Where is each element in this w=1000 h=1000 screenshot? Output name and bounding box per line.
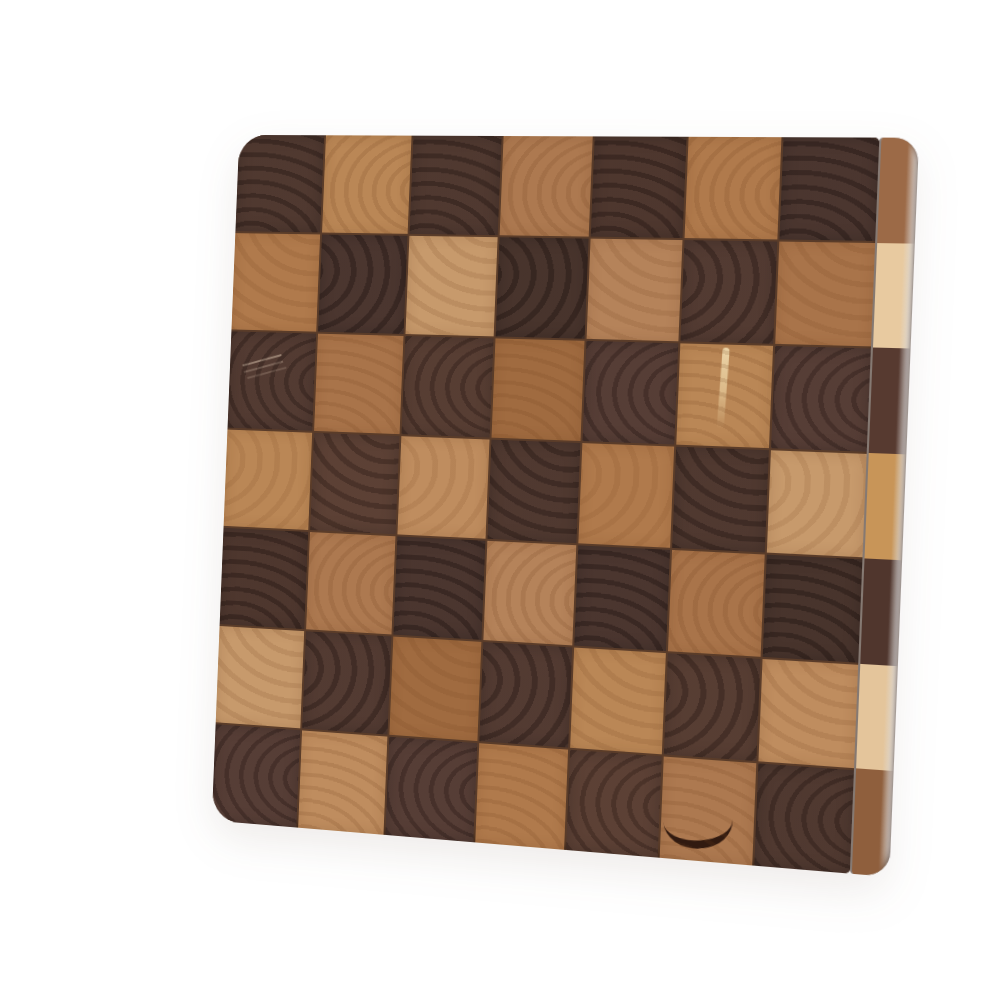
square-r1c2-light xyxy=(322,135,412,234)
square-r4c7-light xyxy=(767,450,866,557)
square-r3c3-dark xyxy=(402,336,494,438)
square-r3c4-light xyxy=(491,338,585,441)
square-r1c6-light xyxy=(684,137,782,240)
square-r2c3-light xyxy=(406,236,498,337)
square-r2c6-dark xyxy=(680,240,777,344)
square-r3c2-light xyxy=(314,334,404,434)
square-r6c2-dark xyxy=(302,631,392,734)
square-r4c1-light xyxy=(224,430,312,530)
square-r1c1-dark xyxy=(235,135,323,233)
square-r3c7-dark xyxy=(771,346,870,452)
scratch-mark xyxy=(242,354,282,367)
square-r2c2-dark xyxy=(318,234,408,334)
square-r4c6-dark xyxy=(672,447,769,553)
board-face xyxy=(212,135,880,874)
square-r6c3-light xyxy=(389,637,481,742)
product-photo xyxy=(0,0,1000,1000)
square-r3c1-dark xyxy=(228,331,316,430)
square-r7c2-light xyxy=(298,730,388,834)
right-side-strip-row4 xyxy=(865,453,907,560)
square-r7c1-dark xyxy=(212,724,300,827)
square-r5c2-light xyxy=(306,532,396,634)
square-r7c7-dark xyxy=(755,763,854,873)
square-r3c5-dark xyxy=(583,341,678,445)
square-r6c6-dark xyxy=(664,653,761,761)
square-r6c7-light xyxy=(759,659,858,768)
square-r2c4-dark xyxy=(495,237,589,339)
square-r7c5-dark xyxy=(566,750,661,858)
square-r7c6-light xyxy=(660,757,757,866)
square-r2c7-light xyxy=(776,242,875,347)
right-side-strip-row6 xyxy=(856,663,898,771)
square-r5c1-dark xyxy=(220,528,308,629)
square-r5c5-dark xyxy=(575,545,670,651)
square-r7c3-dark xyxy=(385,737,477,843)
square-r4c3-light xyxy=(398,436,490,539)
square-r6c1-light xyxy=(216,626,304,728)
square-r6c4-dark xyxy=(479,642,572,748)
square-r4c2-dark xyxy=(310,433,400,534)
right-side-strip-row7 xyxy=(852,769,894,877)
square-r5c7-dark xyxy=(763,555,862,663)
right-side-strip-row2 xyxy=(873,243,915,349)
square-r1c4-light xyxy=(499,136,593,237)
square-r3c6-light xyxy=(676,343,773,448)
square-r5c6-light xyxy=(668,550,765,657)
right-side-strip-row5 xyxy=(860,558,902,665)
square-r5c4-light xyxy=(483,541,576,646)
cutting-board-chessboard xyxy=(212,135,922,881)
right-side-strip-row1 xyxy=(877,138,919,244)
square-r7c4-light xyxy=(475,743,568,850)
burn-squiggle-mark xyxy=(661,792,734,850)
square-r2c1-light xyxy=(231,233,319,332)
square-r6c5-light xyxy=(570,648,665,755)
square-r5c3-dark xyxy=(394,536,486,640)
square-r4c4-dark xyxy=(487,440,581,544)
right-side-strip-row3 xyxy=(869,348,911,455)
square-r4c5-light xyxy=(579,443,674,548)
square-r1c7-dark xyxy=(780,137,879,241)
sap-streak-mark xyxy=(716,347,730,429)
square-r2c5-light xyxy=(587,239,682,342)
board-scene xyxy=(203,136,903,852)
square-r1c5-dark xyxy=(591,136,687,238)
square-r1c3-dark xyxy=(410,136,502,236)
